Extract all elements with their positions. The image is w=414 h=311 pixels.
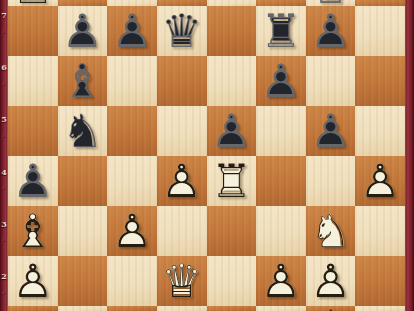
square-h1 — [355, 306, 405, 311]
square-c7: ♟♙ — [107, 6, 157, 56]
square-f1 — [256, 306, 306, 311]
rank-label-3: 3 — [0, 219, 8, 229]
black-pawn-c7: ♟♙ — [107, 6, 157, 56]
black-queen-d7: ♛♕ — [157, 6, 207, 56]
square-c6 — [107, 56, 157, 106]
square-b4 — [58, 156, 108, 206]
square-a2: ♟♙ — [8, 256, 58, 306]
square-a4: ♟♙ — [8, 156, 58, 206]
square-f4 — [256, 156, 306, 206]
white-king-g1: ♚♔ — [306, 306, 356, 311]
square-b6: ♝♗ — [58, 56, 108, 106]
white-pawn-d4: ♟♙ — [157, 156, 207, 206]
square-h5 — [355, 106, 405, 156]
square-d2: ♛♕ — [157, 256, 207, 306]
square-d5 — [157, 106, 207, 156]
square-b1 — [58, 306, 108, 311]
rank-label-5: 5 — [0, 114, 8, 124]
black-pawn-a4: ♟♙ — [8, 156, 58, 206]
square-c5 — [107, 106, 157, 156]
square-f3 — [256, 206, 306, 256]
rank-label-2: 2 — [0, 271, 8, 281]
frame-stud — [2, 83, 5, 86]
square-h3 — [355, 206, 405, 256]
square-c2 — [107, 256, 157, 306]
square-e5: ♟♙ — [207, 106, 257, 156]
square-d1 — [157, 306, 207, 311]
square-b2 — [58, 256, 108, 306]
chess-diagram: ♜♖♚♔♟♙♟♙♛♕♜♖♟♙♝♗♟♙♞♘♟♙♟♙♟♙♟♙♜♖♟♙♝♗♟♙♞♘♟♙… — [0, 0, 414, 311]
square-d3 — [157, 206, 207, 256]
square-e2 — [207, 256, 257, 306]
white-pawn-g2: ♟♙ — [306, 256, 356, 306]
rank-label-6: 6 — [0, 62, 8, 72]
square-b3 — [58, 206, 108, 256]
square-c1 — [107, 306, 157, 311]
black-rook-f7: ♜♖ — [256, 6, 306, 56]
square-a6 — [8, 56, 58, 106]
frame-stud — [2, 292, 5, 295]
square-a8: ♜♖ — [8, 0, 58, 6]
square-c3: ♟♙ — [107, 206, 157, 256]
white-queen-d2: ♛♕ — [157, 256, 207, 306]
black-pawn-f6: ♟♙ — [256, 56, 306, 106]
white-pawn-h4: ♟♙ — [355, 156, 405, 206]
black-pawn-e5: ♟♙ — [207, 106, 257, 156]
square-a1 — [8, 306, 58, 311]
black-pawn-g5: ♟♙ — [306, 106, 356, 156]
square-f6: ♟♙ — [256, 56, 306, 106]
square-b5: ♞♘ — [58, 106, 108, 156]
square-h2 — [355, 256, 405, 306]
square-e4: ♜♖ — [207, 156, 257, 206]
black-pawn-b7: ♟♙ — [58, 6, 108, 56]
square-f7: ♜♖ — [256, 6, 306, 56]
square-a5 — [8, 106, 58, 156]
square-a3: ♝♗ — [8, 206, 58, 256]
rank-label-7: 7 — [0, 10, 8, 20]
chess-board: ♜♖♚♔♟♙♟♙♛♕♜♖♟♙♝♗♟♙♞♘♟♙♟♙♟♙♟♙♜♖♟♙♝♗♟♙♞♘♟♙… — [8, 0, 405, 311]
black-knight-b5: ♞♘ — [58, 106, 108, 156]
square-g4 — [306, 156, 356, 206]
square-d6 — [157, 56, 207, 106]
white-bishop-a3: ♝♗ — [8, 206, 58, 256]
frame-stud — [2, 31, 5, 34]
board-frame-left: 765432 — [0, 0, 8, 311]
black-bishop-b6: ♝♗ — [58, 56, 108, 106]
white-pawn-c3: ♟♙ — [107, 206, 157, 256]
square-g6 — [306, 56, 356, 106]
square-g1: ♚♔ — [306, 306, 356, 311]
square-g5: ♟♙ — [306, 106, 356, 156]
square-h6 — [355, 56, 405, 106]
square-d7: ♛♕ — [157, 6, 207, 56]
square-g2: ♟♙ — [306, 256, 356, 306]
square-c4 — [107, 156, 157, 206]
frame-stud — [2, 135, 5, 138]
square-e1 — [207, 306, 257, 311]
square-g7: ♟♙ — [306, 6, 356, 56]
square-h7 — [355, 6, 405, 56]
black-pawn-g7: ♟♙ — [306, 6, 356, 56]
board-frame-right — [405, 0, 414, 311]
square-d4: ♟♙ — [157, 156, 207, 206]
square-f2: ♟♙ — [256, 256, 306, 306]
square-h4: ♟♙ — [355, 156, 405, 206]
square-e3 — [207, 206, 257, 256]
white-pawn-f2: ♟♙ — [256, 256, 306, 306]
square-e6 — [207, 56, 257, 106]
frame-stud — [2, 187, 5, 190]
square-a7 — [8, 6, 58, 56]
square-b7: ♟♙ — [58, 6, 108, 56]
white-knight-g3: ♞♘ — [306, 206, 356, 256]
square-f5 — [256, 106, 306, 156]
square-g3: ♞♘ — [306, 206, 356, 256]
white-rook-a8: ♜♖ — [8, 0, 58, 6]
frame-stud — [2, 239, 5, 242]
white-pawn-a2: ♟♙ — [8, 256, 58, 306]
square-e7 — [207, 6, 257, 56]
white-rook-e4: ♜♖ — [207, 156, 257, 206]
rank-label-4: 4 — [0, 167, 8, 177]
